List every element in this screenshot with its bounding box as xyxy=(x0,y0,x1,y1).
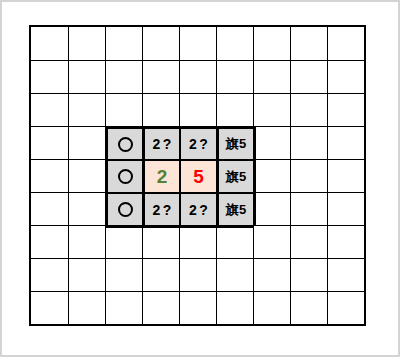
cell-r5c3[interactable] xyxy=(105,159,142,192)
cell-r5c8[interactable] xyxy=(290,159,327,192)
cell-r6c4[interactable]: 2? xyxy=(142,192,179,225)
cell-r2c4[interactable] xyxy=(142,60,179,93)
cell-r9c1[interactable] xyxy=(31,291,68,324)
cell-r6c9[interactable] xyxy=(327,192,364,225)
cell-r8c2[interactable] xyxy=(68,258,105,291)
cell-r6c6[interactable]: 旗5 xyxy=(216,192,253,225)
cell-r5c4[interactable]: 2 xyxy=(142,159,179,192)
cell-r9c7[interactable] xyxy=(253,291,290,324)
cell-r8c5[interactable] xyxy=(179,258,216,291)
cell-r8c1[interactable] xyxy=(31,258,68,291)
cell-r4c3[interactable] xyxy=(105,126,142,159)
cell-r8c3[interactable] xyxy=(105,258,142,291)
cell-r5c2[interactable] xyxy=(68,159,105,192)
cell-r6c1[interactable] xyxy=(31,192,68,225)
cell-r9c9[interactable] xyxy=(327,291,364,324)
cell-r3c5[interactable] xyxy=(179,93,216,126)
cell-r2c7[interactable] xyxy=(253,60,290,93)
cell-r6c8[interactable] xyxy=(290,192,327,225)
cell-r8c4[interactable] xyxy=(142,258,179,291)
cell-r3c9[interactable] xyxy=(327,93,364,126)
board-grid: 2?2?旗525旗52?2?旗5 xyxy=(29,25,366,326)
cell-r4c7[interactable] xyxy=(253,126,290,159)
cell-r2c2[interactable] xyxy=(68,60,105,93)
cell-r5c6[interactable]: 旗5 xyxy=(216,159,253,192)
cell-r3c3[interactable] xyxy=(105,93,142,126)
cell-r7c5[interactable] xyxy=(179,225,216,258)
cell-r9c3[interactable] xyxy=(105,291,142,324)
cell-r1c3[interactable] xyxy=(105,27,142,60)
circle-marker xyxy=(118,169,133,184)
cell-r9c2[interactable] xyxy=(68,291,105,324)
cell-r1c1[interactable] xyxy=(31,27,68,60)
cell-r1c2[interactable] xyxy=(68,27,105,60)
cell-r5c9[interactable] xyxy=(327,159,364,192)
cell-r5c7[interactable] xyxy=(253,159,290,192)
cell-r1c9[interactable] xyxy=(327,27,364,60)
cell-r2c5[interactable] xyxy=(179,60,216,93)
cell-r9c8[interactable] xyxy=(290,291,327,324)
cell-r1c4[interactable] xyxy=(142,27,179,60)
cell-r3c8[interactable] xyxy=(290,93,327,126)
cell-r3c7[interactable] xyxy=(253,93,290,126)
cell-r3c2[interactable] xyxy=(68,93,105,126)
cell-r1c7[interactable] xyxy=(253,27,290,60)
cell-r7c3[interactable] xyxy=(105,225,142,258)
cell-r6c2[interactable] xyxy=(68,192,105,225)
cell-r4c4[interactable]: 2? xyxy=(142,126,179,159)
cell-r7c7[interactable] xyxy=(253,225,290,258)
cell-r5c5[interactable]: 5 xyxy=(179,159,216,192)
page-frame: 2?2?旗525旗52?2?旗5 xyxy=(0,0,400,357)
cell-r7c6[interactable] xyxy=(216,225,253,258)
cell-r7c4[interactable] xyxy=(142,225,179,258)
cell-r4c9[interactable] xyxy=(327,126,364,159)
cell-r1c8[interactable] xyxy=(290,27,327,60)
cell-r6c7[interactable] xyxy=(253,192,290,225)
cell-r2c3[interactable] xyxy=(105,60,142,93)
cell-r4c5[interactable]: 2? xyxy=(179,126,216,159)
cell-r8c9[interactable] xyxy=(327,258,364,291)
circle-marker xyxy=(118,202,133,217)
cell-r8c6[interactable] xyxy=(216,258,253,291)
cell-r6c3[interactable] xyxy=(105,192,142,225)
cell-r2c8[interactable] xyxy=(290,60,327,93)
cell-r6c5[interactable]: 2? xyxy=(179,192,216,225)
cell-r3c6[interactable] xyxy=(216,93,253,126)
cell-r1c5[interactable] xyxy=(179,27,216,60)
cell-r8c7[interactable] xyxy=(253,258,290,291)
cell-r8c8[interactable] xyxy=(290,258,327,291)
cell-r2c6[interactable] xyxy=(216,60,253,93)
cell-r3c4[interactable] xyxy=(142,93,179,126)
cell-r2c1[interactable] xyxy=(31,60,68,93)
cell-r4c2[interactable] xyxy=(68,126,105,159)
cell-r4c8[interactable] xyxy=(290,126,327,159)
cell-r7c9[interactable] xyxy=(327,225,364,258)
cell-r7c8[interactable] xyxy=(290,225,327,258)
cell-r9c4[interactable] xyxy=(142,291,179,324)
cell-r7c1[interactable] xyxy=(31,225,68,258)
cell-r7c2[interactable] xyxy=(68,225,105,258)
cell-r2c9[interactable] xyxy=(327,60,364,93)
cell-r9c6[interactable] xyxy=(216,291,253,324)
cell-r4c1[interactable] xyxy=(31,126,68,159)
cell-r9c5[interactable] xyxy=(179,291,216,324)
cell-r4c6[interactable]: 旗5 xyxy=(216,126,253,159)
circle-marker xyxy=(118,137,133,152)
cell-r1c6[interactable] xyxy=(216,27,253,60)
cell-r3c1[interactable] xyxy=(31,93,68,126)
cell-r5c1[interactable] xyxy=(31,159,68,192)
